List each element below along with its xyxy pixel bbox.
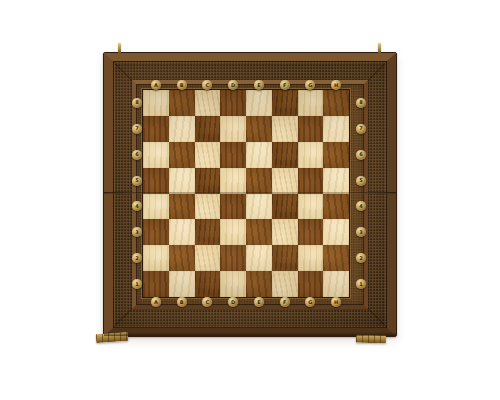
coord-stud-label: A — [154, 83, 158, 88]
square-c6[interactable] — [195, 142, 221, 168]
square-e6[interactable] — [246, 142, 272, 168]
square-f2[interactable] — [272, 245, 298, 271]
square-f6[interactable] — [272, 142, 298, 168]
square-f1[interactable] — [272, 271, 298, 297]
coord-stud-right-31: 1 — [356, 279, 366, 289]
coord-stud-label: 4 — [359, 204, 362, 209]
coord-stud-label: H — [334, 83, 338, 88]
coord-stud-right-11: 6 — [356, 150, 366, 160]
square-b8[interactable] — [169, 90, 195, 116]
square-h7[interactable] — [323, 116, 349, 142]
coord-stud-label: G — [308, 300, 312, 305]
square-g7[interactable] — [298, 116, 324, 142]
coord-stud-label: 2 — [135, 256, 138, 261]
square-h1[interactable] — [323, 271, 349, 297]
square-a1[interactable] — [143, 271, 169, 297]
coord-stud-label: C — [206, 83, 210, 88]
coord-stud-label: 3 — [135, 230, 138, 235]
coord-stud-label: 8 — [135, 101, 138, 106]
coord-stud-label: B — [180, 300, 184, 305]
coord-stud-right-15: 5 — [356, 176, 366, 186]
coord-stud-left-14: 5 — [132, 176, 142, 186]
coord-stud-label: D — [231, 83, 235, 88]
square-b5[interactable] — [169, 168, 195, 194]
square-d1[interactable] — [220, 271, 246, 297]
square-e2[interactable] — [246, 245, 272, 271]
square-d2[interactable] — [220, 245, 246, 271]
coord-stud-left-10: 6 — [132, 150, 142, 160]
square-e3[interactable] — [246, 219, 272, 245]
square-e4[interactable] — [246, 194, 272, 220]
coord-stud-label: 1 — [359, 282, 362, 287]
coord-stud-label: 5 — [135, 178, 138, 183]
coord-stud-left-6: 7 — [132, 124, 142, 134]
coord-stud-left-30: 1 — [132, 279, 142, 289]
coord-stud-label: C — [206, 300, 210, 305]
coord-stud-label: F — [283, 83, 286, 88]
coord-stud-top-20: F — [280, 80, 290, 90]
coord-stud-label: 3 — [359, 230, 362, 235]
square-a5[interactable] — [143, 168, 169, 194]
square-e8[interactable] — [246, 90, 272, 116]
square-d6[interactable] — [220, 142, 246, 168]
square-h8[interactable] — [323, 90, 349, 116]
square-c8[interactable] — [195, 90, 221, 116]
coord-stud-label: 7 — [135, 127, 138, 132]
coord-stud-bottom-1: A — [151, 297, 161, 307]
square-h2[interactable] — [323, 245, 349, 271]
square-f3[interactable] — [272, 219, 298, 245]
coord-stud-bottom-21: F — [280, 297, 290, 307]
coord-stud-label: H — [334, 300, 338, 305]
coord-stud-label: 1 — [135, 282, 138, 287]
fold-seam — [104, 192, 396, 194]
coord-stud-label: 7 — [359, 127, 362, 132]
square-b4[interactable] — [169, 194, 195, 220]
coord-stud-label: E — [257, 83, 260, 88]
square-b6[interactable] — [169, 142, 195, 168]
square-h5[interactable] — [323, 168, 349, 194]
square-a4[interactable] — [143, 194, 169, 220]
coord-stud-label: 6 — [359, 152, 362, 157]
square-b7[interactable] — [169, 116, 195, 142]
square-g6[interactable] — [298, 142, 324, 168]
coord-stud-top-4: B — [177, 80, 187, 90]
square-d7[interactable] — [220, 116, 246, 142]
photo-background: AA88BB77CC66DD55EE44FF33GG22HH11 — [0, 0, 500, 400]
square-g1[interactable] — [298, 271, 324, 297]
coord-stud-bottom-5: B — [177, 297, 187, 307]
coord-stud-label: B — [180, 83, 184, 88]
coord-stud-label: 6 — [135, 152, 138, 157]
coord-stud-label: A — [154, 300, 158, 305]
square-f5[interactable] — [272, 168, 298, 194]
coord-stud-top-0: A — [151, 80, 161, 90]
coord-stud-right-3: 8 — [356, 98, 366, 108]
coord-stud-label: D — [231, 300, 235, 305]
square-e5[interactable] — [246, 168, 272, 194]
square-h6[interactable] — [323, 142, 349, 168]
square-e1[interactable] — [246, 271, 272, 297]
square-b3[interactable] — [169, 219, 195, 245]
square-g4[interactable] — [298, 194, 324, 220]
square-c5[interactable] — [195, 168, 221, 194]
square-a2[interactable] — [143, 245, 169, 271]
square-f7[interactable] — [272, 116, 298, 142]
clasp-pin-left — [118, 43, 121, 53]
square-b1[interactable] — [169, 271, 195, 297]
square-g8[interactable] — [298, 90, 324, 116]
square-d4[interactable] — [220, 194, 246, 220]
coord-stud-label: 5 — [359, 178, 362, 183]
coord-stud-label: G — [308, 83, 312, 88]
square-h4[interactable] — [323, 194, 349, 220]
coord-stud-label: 2 — [359, 256, 362, 261]
square-d5[interactable] — [220, 168, 246, 194]
square-a7[interactable] — [143, 116, 169, 142]
coord-stud-label: E — [257, 300, 260, 305]
coord-stud-top-16: E — [254, 80, 264, 90]
square-f4[interactable] — [272, 194, 298, 220]
square-g5[interactable] — [298, 168, 324, 194]
clasp-pin-right — [378, 43, 381, 53]
square-h3[interactable] — [323, 219, 349, 245]
square-d8[interactable] — [220, 90, 246, 116]
board-bottom-edge — [104, 332, 396, 336]
square-c1[interactable] — [195, 271, 221, 297]
square-c2[interactable] — [195, 245, 221, 271]
square-a8[interactable] — [143, 90, 169, 116]
square-c4[interactable] — [195, 194, 221, 220]
square-a6[interactable] — [143, 142, 169, 168]
square-a3[interactable] — [143, 219, 169, 245]
coord-stud-right-7: 7 — [356, 124, 366, 134]
square-e7[interactable] — [246, 116, 272, 142]
square-b2[interactable] — [169, 245, 195, 271]
square-g3[interactable] — [298, 219, 324, 245]
square-g2[interactable] — [298, 245, 324, 271]
square-f8[interactable] — [272, 90, 298, 116]
square-c3[interactable] — [195, 219, 221, 245]
coord-stud-label: 8 — [359, 101, 362, 106]
square-d3[interactable] — [220, 219, 246, 245]
coord-stud-label: 4 — [135, 204, 138, 209]
chess-board: AA88BB77CC66DD55EE44FF33GG22HH11 — [103, 52, 397, 337]
coord-stud-label: F — [283, 300, 286, 305]
coord-stud-left-2: 8 — [132, 98, 142, 108]
square-c7[interactable] — [195, 116, 221, 142]
coord-stud-bottom-17: E — [254, 297, 264, 307]
